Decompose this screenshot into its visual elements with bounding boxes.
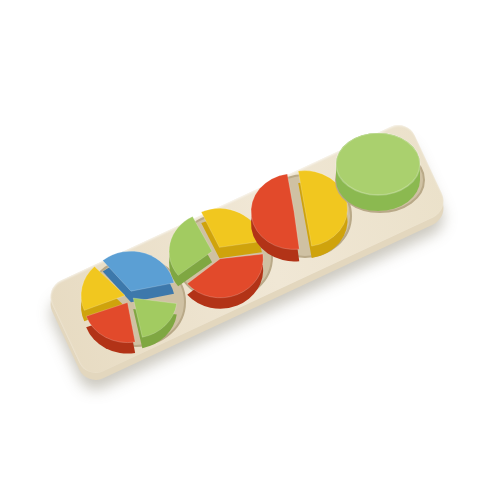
piece-whole-green_light-1of1 bbox=[336, 133, 420, 211]
fraction-circle-whole bbox=[336, 133, 424, 212]
product-photo bbox=[0, 0, 500, 500]
pieces-layer bbox=[0, 0, 500, 500]
